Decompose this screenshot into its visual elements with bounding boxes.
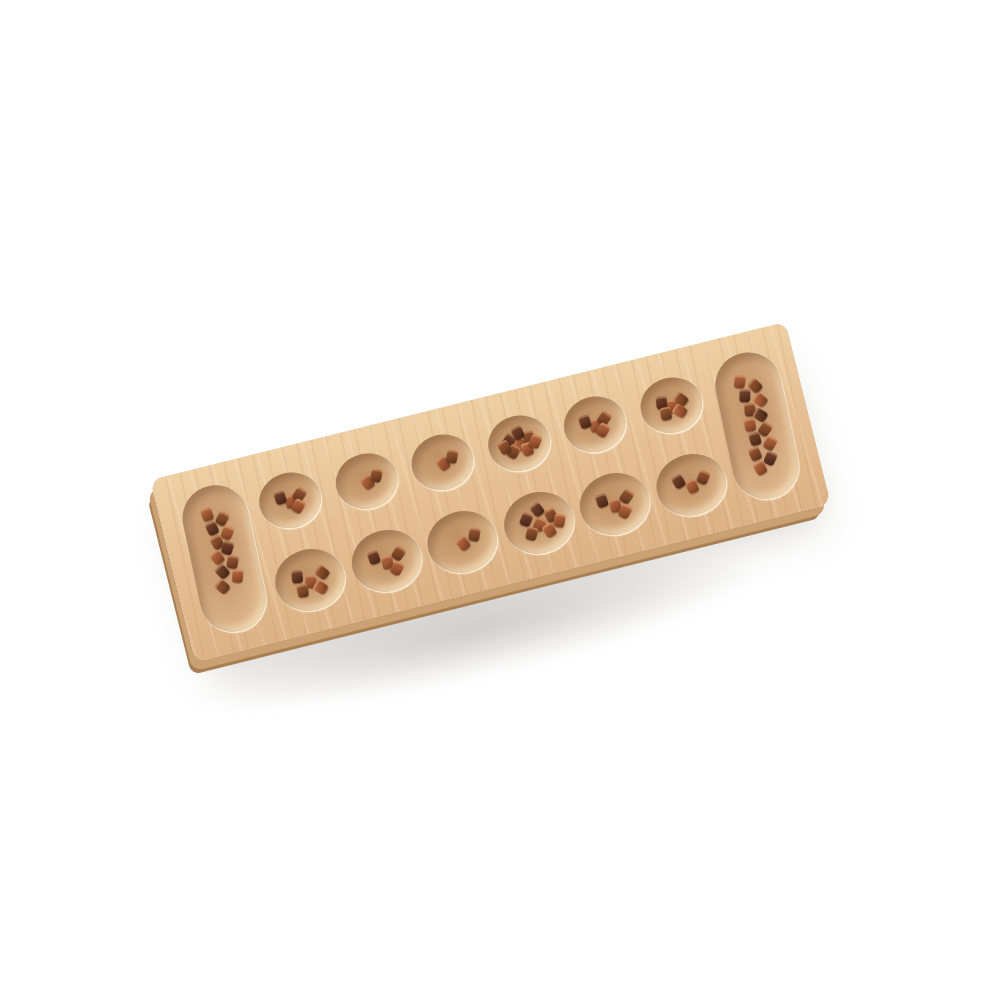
seed <box>519 512 534 528</box>
seed <box>762 435 778 452</box>
seed <box>366 550 380 566</box>
seed <box>291 570 303 584</box>
pit-bottom-1[interactable] <box>269 541 352 617</box>
pit-bottom-6[interactable] <box>650 446 733 522</box>
seed <box>553 513 566 528</box>
store-left[interactable] <box>176 479 271 637</box>
seed <box>446 449 459 464</box>
photo-background <box>0 0 1000 1000</box>
pit-top-6[interactable] <box>634 371 707 439</box>
seed <box>468 527 481 542</box>
seed <box>595 493 609 509</box>
seed <box>232 569 244 583</box>
seed <box>312 579 329 595</box>
seed <box>696 470 711 486</box>
seed <box>370 468 383 483</box>
seed <box>763 450 778 466</box>
pit-top-2[interactable] <box>330 447 403 515</box>
seed <box>226 555 239 570</box>
seed <box>734 375 747 389</box>
seed <box>739 389 750 402</box>
seed <box>619 488 635 505</box>
pit-bottom-5[interactable] <box>573 465 656 541</box>
seed <box>743 417 756 432</box>
seed <box>220 525 235 541</box>
seed <box>525 526 539 541</box>
pit-bottom-2[interactable] <box>345 522 428 598</box>
seed <box>659 406 672 421</box>
pit-bottom-4[interactable] <box>497 484 580 560</box>
pit-top-4[interactable] <box>482 409 555 477</box>
pit-top-1[interactable] <box>253 466 326 534</box>
seed <box>670 473 686 490</box>
seed <box>220 540 234 556</box>
pit-top-3[interactable] <box>406 428 479 496</box>
seed <box>214 578 231 595</box>
pit-bottom-3[interactable] <box>421 503 504 579</box>
pit-top-5[interactable] <box>558 390 631 458</box>
